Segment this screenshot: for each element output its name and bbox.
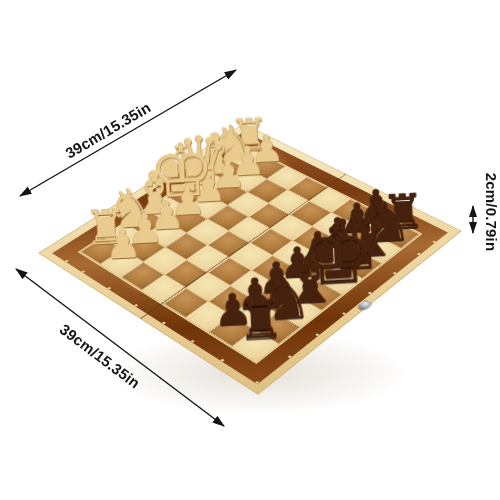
height-dimension-label: 2cm/0.79in	[483, 173, 500, 252]
piece-black-rook: ♜	[380, 187, 413, 237]
square	[270, 215, 312, 241]
piece-white-rook: ♜	[83, 202, 116, 252]
piece-white-rook: ♜	[229, 113, 259, 159]
frame-pin-dots	[242, 131, 246, 133]
piece-white-bishop: ♝	[189, 125, 220, 183]
width-dimension-label: 39cm/15.35in	[62, 98, 153, 161]
piece-white-pawn: ♟	[249, 130, 279, 169]
piece-black-pawn: ♟	[319, 211, 352, 253]
piece-white-knight: ♞	[105, 183, 137, 238]
piece-white-bishop: ♝	[127, 163, 159, 223]
piece-black-pawn: ♟	[357, 183, 389, 224]
piece-white-knight: ♞	[209, 119, 240, 171]
product-photo: ♜♟♟♜♞♟♟♞♝♟♟♝♛♟♟♛♚♟♟♚♝♟♟♝♞♟♟♞♜♟♟♜ 39cm/15…	[0, 0, 500, 500]
